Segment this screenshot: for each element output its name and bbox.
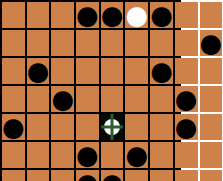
black-stone: ●: [27, 58, 50, 84]
board-cell[interactable]: [125, 86, 148, 112]
board-cell[interactable]: [200, 170, 223, 181]
board-cell[interactable]: [51, 170, 74, 181]
board-cell[interactable]: ●: [76, 142, 99, 168]
board-cell[interactable]: ●: [51, 86, 74, 112]
board-cell[interactable]: [200, 142, 223, 168]
black-stone: ●: [101, 2, 124, 28]
board-cell[interactable]: [200, 2, 223, 28]
board-cell[interactable]: [51, 30, 74, 56]
board-cell[interactable]: [2, 86, 25, 112]
last-move-cross-icon: [101, 126, 124, 129]
board-cell[interactable]: [175, 170, 198, 181]
board-cell[interactable]: [125, 30, 148, 56]
black-stone: ●: [76, 2, 99, 28]
black-stone: ●: [175, 86, 198, 112]
board-cell[interactable]: [51, 142, 74, 168]
board-cell[interactable]: [150, 170, 173, 181]
board-cell[interactable]: ●: [27, 58, 50, 84]
board-cell[interactable]: [27, 170, 50, 181]
board-cell[interactable]: ●: [101, 170, 124, 181]
board-cell[interactable]: [101, 142, 124, 168]
board-cell[interactable]: ●: [125, 142, 148, 168]
board-cell[interactable]: [51, 114, 74, 140]
black-stone: ●: [2, 114, 25, 140]
board-cell[interactable]: [101, 58, 124, 84]
board-cell[interactable]: [101, 114, 124, 140]
board-cell[interactable]: ●: [76, 170, 99, 181]
board-cell[interactable]: [125, 114, 148, 140]
board-cell[interactable]: [51, 58, 74, 84]
board-cell[interactable]: [200, 58, 223, 84]
board-cell[interactable]: [125, 170, 148, 181]
board-cell[interactable]: [101, 86, 124, 112]
board-cell[interactable]: [175, 2, 198, 28]
board-cell[interactable]: ●: [200, 30, 223, 56]
board-cell[interactable]: ●: [175, 114, 198, 140]
go-board: ●●●●●●●●●●●●●●●●: [0, 0, 181, 181]
board-cell[interactable]: ●: [175, 86, 198, 112]
board-cell[interactable]: [175, 30, 198, 56]
board-cell[interactable]: [27, 142, 50, 168]
board-cell[interactable]: ●: [150, 2, 173, 28]
board-cell[interactable]: [2, 142, 25, 168]
board-cell[interactable]: ●: [125, 2, 148, 28]
board-cell[interactable]: [175, 58, 198, 84]
board-cell[interactable]: [175, 142, 198, 168]
board-cell[interactable]: [76, 114, 99, 140]
black-stone: ●: [175, 114, 198, 140]
board-cell[interactable]: [76, 30, 99, 56]
board-cell[interactable]: [2, 170, 25, 181]
board-cell[interactable]: [150, 86, 173, 112]
board-cell[interactable]: [27, 86, 50, 112]
black-stone: ●: [51, 86, 74, 112]
black-stone: ●: [150, 2, 173, 28]
white-stone: ●: [125, 2, 148, 28]
board-cell[interactable]: [76, 58, 99, 84]
board-cell[interactable]: ●: [150, 58, 173, 84]
board-cell[interactable]: [150, 30, 173, 56]
board-cell[interactable]: ●: [2, 114, 25, 140]
board-cell[interactable]: [27, 30, 50, 56]
board-cell[interactable]: [150, 114, 173, 140]
black-stone: ●: [200, 30, 223, 56]
black-stone: ●: [150, 58, 173, 84]
black-stone: ●: [125, 142, 148, 168]
black-stone: ●: [76, 142, 99, 168]
black-stone: ●: [76, 170, 99, 181]
board-cell[interactable]: [2, 2, 25, 28]
board-cell[interactable]: [200, 114, 223, 140]
board-cell[interactable]: [2, 58, 25, 84]
board-cell[interactable]: [101, 30, 124, 56]
board-cell[interactable]: [76, 86, 99, 112]
board-cell[interactable]: [150, 142, 173, 168]
board-cell[interactable]: ●: [101, 2, 124, 28]
board-cell[interactable]: [200, 86, 223, 112]
board-cell[interactable]: [2, 30, 25, 56]
board-cell[interactable]: [51, 2, 74, 28]
board-cell[interactable]: [125, 58, 148, 84]
board-cell[interactable]: [27, 2, 50, 28]
board-cell[interactable]: ●: [76, 2, 99, 28]
black-stone: ●: [101, 170, 124, 181]
board-cell[interactable]: [27, 114, 50, 140]
